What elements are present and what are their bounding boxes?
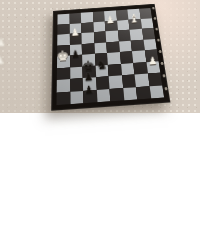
square-e3[interactable] <box>108 64 122 77</box>
square-d1[interactable] <box>96 89 110 103</box>
square-e1[interactable] <box>109 88 123 102</box>
square-a3[interactable] <box>57 67 70 80</box>
board-frame: ♟♝♟♚♟♟♚♞♟♟ <box>51 4 170 111</box>
black-pawn[interactable]: ♟ <box>82 82 98 97</box>
white-pawn[interactable]: ♟ <box>145 53 160 67</box>
board-grid: ♟♝♟♚♟♟♚♞♟♟ <box>57 8 165 105</box>
square-e2[interactable] <box>109 75 123 88</box>
captured-white-piece[interactable]: ♟ <box>0 54 5 67</box>
chess-board: ♟♝♟♚♟♟♚♞♟♟ <box>51 4 170 111</box>
white-bishop[interactable]: ♝ <box>127 11 141 24</box>
square-h2[interactable] <box>147 73 162 86</box>
square-h1[interactable] <box>149 85 164 99</box>
white-pawn[interactable]: ♟ <box>68 26 82 40</box>
white-pawn[interactable]: ♟ <box>104 13 118 26</box>
square-a1[interactable] <box>57 91 70 105</box>
square-f2[interactable] <box>122 74 136 87</box>
square-d2[interactable] <box>96 76 110 89</box>
black-knight[interactable]: ♞ <box>94 57 109 71</box>
square-f1[interactable] <box>123 87 138 101</box>
square-a2[interactable] <box>57 79 70 92</box>
table-surface: ♟♝♟♚♟♟♚♞♟♟ ♟♟ <box>0 0 200 113</box>
square-e4[interactable] <box>107 52 120 64</box>
square-f3[interactable] <box>120 63 134 76</box>
square-f4[interactable] <box>119 51 133 63</box>
captured-white-piece[interactable]: ♟ <box>0 36 6 49</box>
